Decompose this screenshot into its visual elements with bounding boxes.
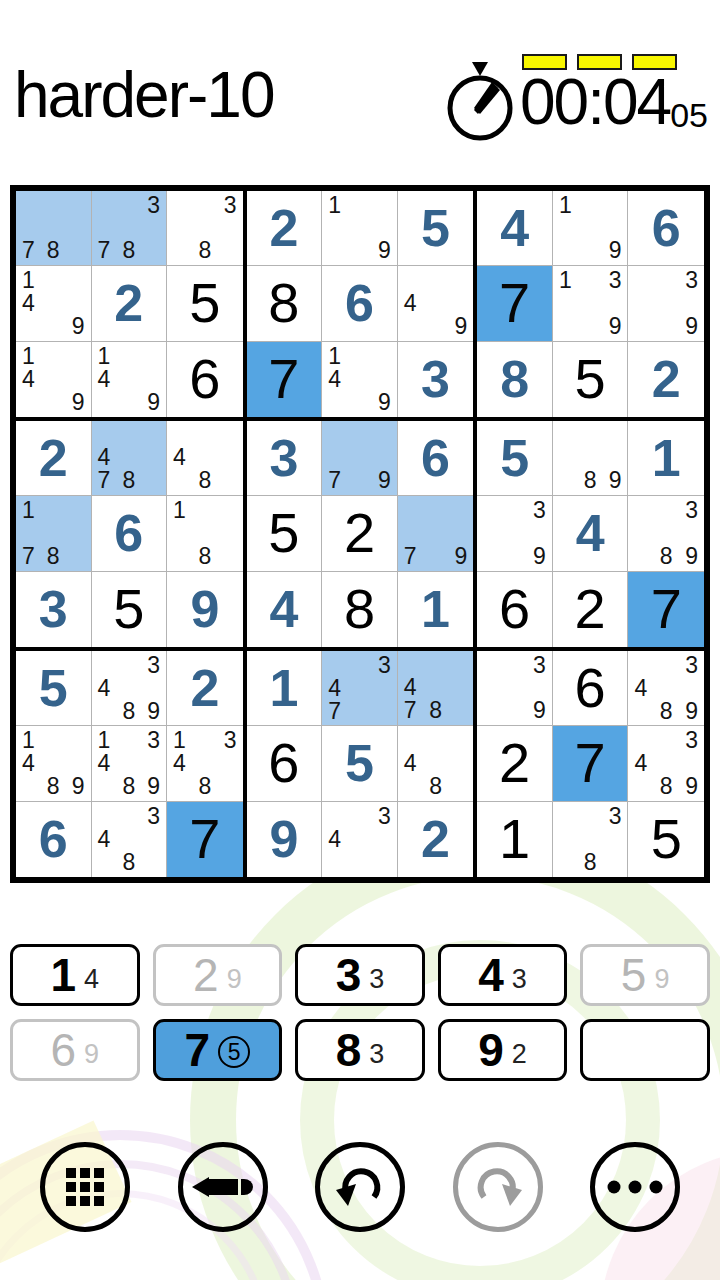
pencil-mark-4: 4 xyxy=(173,446,186,469)
pencil-mark-3: 3 xyxy=(685,499,698,522)
given-digit: 5 xyxy=(113,581,144,637)
pencil-mark-8: 8 xyxy=(660,700,673,723)
pencil-marks: 3489 xyxy=(628,651,704,725)
ellipsis-icon xyxy=(607,1180,663,1194)
pencil-mark-3: 3 xyxy=(533,499,546,522)
pencil-mark-3: 3 xyxy=(609,269,622,292)
cell-r2c7[interactable]: 7 xyxy=(477,266,553,341)
entered-digit: 2 xyxy=(652,353,681,405)
pencil-mark-9: 9 xyxy=(455,315,468,338)
pencil-marks: 38 xyxy=(553,802,628,877)
cell-r5c1[interactable]: 178 xyxy=(16,496,92,571)
pencil-marks: 19 xyxy=(553,191,628,265)
cell-r5c6[interactable]: 79 xyxy=(398,496,474,571)
entered-digit: 2 xyxy=(269,202,298,254)
entered-digit: 2 xyxy=(421,813,450,865)
entered-digit: 5 xyxy=(421,202,450,254)
cell-r2c1[interactable]: 149 xyxy=(16,266,92,341)
cell-r7c7[interactable]: 39 xyxy=(477,651,553,726)
pencil-mark-9: 9 xyxy=(609,239,622,262)
pencil-mark-8: 8 xyxy=(429,775,442,798)
pencil-marks: 178 xyxy=(16,496,91,570)
pencil-marks: 1489 xyxy=(16,726,91,800)
pencil-marks: 347 xyxy=(322,651,397,725)
selected-digit: 7 xyxy=(268,351,299,407)
pencil-marks: 34 xyxy=(322,802,397,877)
cell-r2c3[interactable]: 5 xyxy=(167,266,243,341)
given-digit: 6 xyxy=(575,660,606,716)
cell-r9c4[interactable]: 9 xyxy=(247,802,323,877)
pencil-mark-8: 8 xyxy=(122,469,135,492)
pencil-marks: 389 xyxy=(628,496,704,570)
pencil-mode-button[interactable] xyxy=(178,1142,268,1232)
undo-button[interactable] xyxy=(315,1142,405,1232)
cell-r7c5[interactable]: 347 xyxy=(322,651,398,726)
pencil-mark-8: 8 xyxy=(47,239,60,262)
pencil-mark-8: 8 xyxy=(122,239,135,262)
pencil-marks: 149 xyxy=(322,342,397,417)
numpad-1[interactable]: 14 xyxy=(10,944,140,1006)
keypad-button[interactable] xyxy=(40,1142,130,1232)
cell-r3c3[interactable]: 6 xyxy=(167,342,243,417)
pencil-marks: 149 xyxy=(16,266,91,340)
entered-digit: 2 xyxy=(114,277,143,329)
cell-r7c9[interactable]: 3489 xyxy=(628,651,704,726)
pencil-marks: 3489 xyxy=(628,726,704,800)
cell-r8c4[interactable]: 6 xyxy=(247,726,323,801)
cell-r3c8[interactable]: 5 xyxy=(553,342,629,417)
pencil-mark-8: 8 xyxy=(429,699,442,722)
pencil-mark-1: 1 xyxy=(98,345,111,368)
pencil-marks: 149 xyxy=(92,342,167,417)
box-3: 4196713939852 xyxy=(475,189,706,419)
pencil-mark-8: 8 xyxy=(47,775,60,798)
cell-r4c9[interactable]: 1 xyxy=(628,421,704,496)
pencil-marks: 3489 xyxy=(92,651,167,725)
selected-digit: 7 xyxy=(575,735,606,791)
pencil-marks: 39 xyxy=(628,266,704,340)
pencil-mark-1: 1 xyxy=(173,729,186,752)
cell-r2c4[interactable]: 8 xyxy=(247,266,323,341)
given-digit: 1 xyxy=(499,811,530,867)
cell-r3c6[interactable]: 3 xyxy=(398,342,474,417)
pencil-mark-4: 4 xyxy=(634,752,647,775)
pencil-mark-4: 4 xyxy=(404,292,417,315)
numpad-digit: 9 xyxy=(478,1027,504,1073)
given-digit: 8 xyxy=(268,275,299,331)
pencil-mark-3: 3 xyxy=(224,194,237,217)
cell-r4c8[interactable]: 89 xyxy=(553,421,629,496)
pencil-icon xyxy=(192,1174,254,1200)
cell-r4c2[interactable]: 478 xyxy=(92,421,168,496)
pencil-mark-3: 3 xyxy=(147,654,160,677)
cell-r9c3[interactable]: 7 xyxy=(167,802,243,877)
numpad-count: 3 xyxy=(512,966,527,993)
given-digit: 5 xyxy=(189,275,220,331)
cell-r4c3[interactable]: 48 xyxy=(167,421,243,496)
pencil-mark-1: 1 xyxy=(22,345,35,368)
pencil-marks: 78 xyxy=(16,191,91,265)
box-7: 534892148913489134863487 xyxy=(14,649,245,879)
pencil-mark-4: 4 xyxy=(22,368,35,391)
given-digit: 2 xyxy=(499,735,530,791)
cell-r1c5[interactable]: 19 xyxy=(322,191,398,266)
box-8: 134747865489342 xyxy=(245,649,476,879)
box-5: 37965279481 xyxy=(245,419,476,649)
pencil-marks: 79 xyxy=(398,496,474,570)
cell-r6c4[interactable]: 4 xyxy=(247,572,323,647)
entered-digit: 4 xyxy=(576,507,605,559)
entered-digit: 1 xyxy=(421,583,450,635)
cell-r3c1[interactable]: 149 xyxy=(16,342,92,417)
entered-digit: 5 xyxy=(500,432,529,484)
cell-r9c5[interactable]: 34 xyxy=(322,802,398,877)
pencil-mark-7: 7 xyxy=(22,239,35,262)
numpad-digit: 2 xyxy=(193,952,219,998)
pencil-mark-4: 4 xyxy=(22,752,35,775)
numpad-count: 9 xyxy=(227,966,242,993)
pencil-mark-3: 3 xyxy=(685,269,698,292)
pencil-marks: 48 xyxy=(398,726,474,800)
pencil-mark-8: 8 xyxy=(47,545,60,568)
cell-r4c6[interactable]: 6 xyxy=(398,421,474,496)
pencil-marks: 39 xyxy=(477,496,552,570)
numpad-digit: 1 xyxy=(50,952,76,998)
pencil-mark-8: 8 xyxy=(584,469,597,492)
cell-r5c9[interactable]: 389 xyxy=(628,496,704,571)
numpad-count: 4 xyxy=(84,966,99,993)
pencil-mark-1: 1 xyxy=(22,499,35,522)
cell-r5c8[interactable]: 4 xyxy=(553,496,629,571)
pencil-mark-4: 4 xyxy=(328,677,341,700)
pencil-marks: 378 xyxy=(92,191,167,265)
pencil-mark-3: 3 xyxy=(147,194,160,217)
pencil-mark-1: 1 xyxy=(328,194,341,217)
entered-digit: 8 xyxy=(500,353,529,405)
cell-r6c9[interactable]: 7 xyxy=(628,572,704,647)
cell-r7c6[interactable]: 478 xyxy=(398,651,474,726)
entered-digit: 9 xyxy=(269,813,298,865)
cell-r4c1[interactable]: 2 xyxy=(16,421,92,496)
pencil-marks: 49 xyxy=(398,266,474,340)
box-4: 247848178618359 xyxy=(14,419,245,649)
entered-digit: 6 xyxy=(114,507,143,559)
pencil-mark-7: 7 xyxy=(328,700,341,723)
bottom-toolbar xyxy=(0,1142,720,1232)
cell-r9c9[interactable]: 5 xyxy=(628,802,704,877)
pencil-mark-4: 4 xyxy=(634,677,647,700)
numpad-count-circled: 5 xyxy=(218,1036,250,1068)
cell-r1c1[interactable]: 78 xyxy=(16,191,92,266)
entered-digit: 1 xyxy=(269,662,298,714)
undo-icon xyxy=(335,1162,385,1212)
cell-r1c3[interactable]: 38 xyxy=(167,191,243,266)
given-digit: 6 xyxy=(189,351,220,407)
cell-r2c6[interactable]: 49 xyxy=(398,266,474,341)
pencil-mark-4: 4 xyxy=(404,676,417,699)
entered-digit: 3 xyxy=(421,353,450,405)
entered-digit: 6 xyxy=(345,277,374,329)
cell-r9c6[interactable]: 2 xyxy=(398,802,474,877)
cell-r8c3[interactable]: 1348 xyxy=(167,726,243,801)
numpad-3[interactable]: 33 xyxy=(295,944,425,1006)
cell-r5c2[interactable]: 6 xyxy=(92,496,168,571)
cell-r9c8[interactable]: 38 xyxy=(553,802,629,877)
pencil-marks: 39 xyxy=(477,651,552,725)
pencil-mark-8: 8 xyxy=(198,775,211,798)
numpad-7[interactable]: 75 xyxy=(153,1019,283,1081)
numpad-digit: 8 xyxy=(336,1027,362,1073)
cell-r1c8[interactable]: 19 xyxy=(553,191,629,266)
keypad-grid-icon xyxy=(65,1167,105,1207)
cell-r3c7[interactable]: 8 xyxy=(477,342,553,417)
pencil-mark-9: 9 xyxy=(72,315,85,338)
entered-digit: 2 xyxy=(39,432,68,484)
cell-r4c7[interactable]: 5 xyxy=(477,421,553,496)
pencil-mark-7: 7 xyxy=(22,545,35,568)
pencil-mark-9: 9 xyxy=(685,545,698,568)
pencil-marks: 19 xyxy=(322,191,397,265)
pencil-mark-1: 1 xyxy=(173,499,186,522)
pencil-mark-3: 3 xyxy=(147,729,160,752)
cell-r7c2[interactable]: 3489 xyxy=(92,651,168,726)
pencil-mark-9: 9 xyxy=(533,699,546,722)
pencil-mark-9: 9 xyxy=(455,545,468,568)
pencil-marks: 18 xyxy=(167,496,243,570)
cell-r3c2[interactable]: 149 xyxy=(92,342,168,417)
pencil-mark-3: 3 xyxy=(378,654,391,677)
pencil-marks: 149 xyxy=(16,342,91,417)
pencil-mark-4: 4 xyxy=(173,752,186,775)
pencil-mark-1: 1 xyxy=(98,729,111,752)
cell-r8c1[interactable]: 1489 xyxy=(16,726,92,801)
given-digit: 5 xyxy=(268,505,299,561)
cell-r8c5[interactable]: 5 xyxy=(322,726,398,801)
cell-r8c7[interactable]: 2 xyxy=(477,726,553,801)
numpad-count: 9 xyxy=(84,1041,99,1068)
cell-r6c2[interactable]: 5 xyxy=(92,572,168,647)
selected-digit: 7 xyxy=(651,581,682,637)
cell-r2c8[interactable]: 139 xyxy=(553,266,629,341)
given-digit: 2 xyxy=(344,505,375,561)
numpad-count: 3 xyxy=(369,966,384,993)
redo-icon xyxy=(473,1162,523,1212)
entered-digit: 9 xyxy=(190,583,219,635)
cell-r8c9[interactable]: 3489 xyxy=(628,726,704,801)
cell-r6c8[interactable]: 2 xyxy=(553,572,629,647)
cell-r8c2[interactable]: 13489 xyxy=(92,726,168,801)
cell-r6c3[interactable]: 9 xyxy=(167,572,243,647)
cell-r6c5[interactable]: 8 xyxy=(322,572,398,647)
pencil-marks: 38 xyxy=(167,191,243,265)
pencil-mark-7: 7 xyxy=(328,469,341,492)
given-digit: 5 xyxy=(651,811,682,867)
entered-digit: 4 xyxy=(269,583,298,635)
numpad-clear[interactable] xyxy=(580,1019,710,1081)
pencil-mark-9: 9 xyxy=(147,700,160,723)
cell-r9c2[interactable]: 348 xyxy=(92,802,168,877)
cell-r9c7[interactable]: 1 xyxy=(477,802,553,877)
timer-value: 00:04 xyxy=(520,70,670,134)
cell-r8c8[interactable]: 7 xyxy=(553,726,629,801)
pencil-marks: 1348 xyxy=(167,726,243,800)
pencil-mark-3: 3 xyxy=(533,654,546,677)
pencil-marks: 48 xyxy=(167,421,243,495)
pencil-mark-9: 9 xyxy=(147,775,160,798)
entered-digit: 2 xyxy=(190,662,219,714)
pencil-mark-7: 7 xyxy=(98,239,111,262)
cell-r4c4[interactable]: 3 xyxy=(247,421,323,496)
pencil-mark-9: 9 xyxy=(378,469,391,492)
numpad-5[interactable]: 59 xyxy=(580,944,710,1006)
entered-digit: 6 xyxy=(421,432,450,484)
cell-r3c4[interactable]: 7 xyxy=(247,342,323,417)
numpad-digit: 7 xyxy=(185,1027,211,1073)
pencil-mark-9: 9 xyxy=(378,239,391,262)
pencil-mark-4: 4 xyxy=(328,368,341,391)
cell-r7c3[interactable]: 2 xyxy=(167,651,243,726)
entered-digit: 3 xyxy=(39,583,68,635)
pencil-mark-8: 8 xyxy=(660,775,673,798)
cell-r1c4[interactable]: 2 xyxy=(247,191,323,266)
pencil-mark-4: 4 xyxy=(404,752,417,775)
cell-r5c3[interactable]: 18 xyxy=(167,496,243,571)
pencil-mark-7: 7 xyxy=(404,699,417,722)
cell-r4c5[interactable]: 79 xyxy=(322,421,398,496)
given-digit: 5 xyxy=(575,351,606,407)
pencil-mark-1: 1 xyxy=(559,194,572,217)
entered-digit: 6 xyxy=(39,813,68,865)
numpad-digit: 6 xyxy=(50,1027,76,1073)
cell-r1c6[interactable]: 5 xyxy=(398,191,474,266)
entered-digit: 6 xyxy=(652,202,681,254)
cell-r1c2[interactable]: 378 xyxy=(92,191,168,266)
cell-r5c4[interactable]: 5 xyxy=(247,496,323,571)
pencil-marks: 139 xyxy=(553,266,628,340)
cell-r2c9[interactable]: 39 xyxy=(628,266,704,341)
selected-digit: 7 xyxy=(189,811,220,867)
cell-r7c4[interactable]: 1 xyxy=(247,651,323,726)
page-title: harder-10 xyxy=(14,58,274,132)
cell-r7c1[interactable]: 5 xyxy=(16,651,92,726)
numpad-4[interactable]: 43 xyxy=(438,944,568,1006)
cell-r2c5[interactable]: 6 xyxy=(322,266,398,341)
pencil-mark-1: 1 xyxy=(22,729,35,752)
pencil-marks: 79 xyxy=(322,421,397,495)
pencil-mark-8: 8 xyxy=(198,545,211,568)
box-9: 39634892734891385 xyxy=(475,649,706,879)
cell-r2c2[interactable]: 2 xyxy=(92,266,168,341)
numpad-count: 3 xyxy=(369,1041,384,1068)
pencil-mark-3: 3 xyxy=(224,729,237,752)
pencil-mark-1: 1 xyxy=(559,269,572,292)
pencil-mark-9: 9 xyxy=(533,545,546,568)
box-1: 7837838149251491496 xyxy=(14,189,245,419)
cell-r1c9[interactable]: 6 xyxy=(628,191,704,266)
cell-r6c6[interactable]: 1 xyxy=(398,572,474,647)
pencil-marks: 348 xyxy=(92,802,167,877)
pencil-mark-4: 4 xyxy=(98,752,111,775)
pencil-mark-4: 4 xyxy=(328,828,341,851)
pencil-mark-9: 9 xyxy=(685,700,698,723)
pencil-mark-9: 9 xyxy=(609,469,622,492)
pencil-mark-3: 3 xyxy=(609,805,622,828)
number-pad: 142933435969758392 xyxy=(10,944,710,1094)
pencil-mark-9: 9 xyxy=(685,315,698,338)
numpad-2[interactable]: 29 xyxy=(153,944,283,1006)
numpad-digit: 3 xyxy=(336,952,362,998)
pencil-mark-8: 8 xyxy=(660,545,673,568)
pencil-mark-3: 3 xyxy=(685,729,698,752)
pencil-mark-3: 3 xyxy=(685,654,698,677)
pencil-marks: 478 xyxy=(398,651,474,725)
selected-digit: 7 xyxy=(499,275,530,331)
pencil-mark-4: 4 xyxy=(22,292,35,315)
cell-r1c7[interactable]: 4 xyxy=(477,191,553,266)
cell-r3c5[interactable]: 149 xyxy=(322,342,398,417)
given-digit: 6 xyxy=(268,735,299,791)
cell-r5c7[interactable]: 39 xyxy=(477,496,553,571)
given-digit: 6 xyxy=(499,581,530,637)
pencil-mark-1: 1 xyxy=(22,269,35,292)
cell-r7c8[interactable]: 6 xyxy=(553,651,629,726)
pencil-marks: 89 xyxy=(553,421,628,495)
sudoku-board[interactable]: 7837838149251491496219586497149341967139… xyxy=(10,185,710,883)
numpad-9[interactable]: 92 xyxy=(438,1019,568,1081)
numpad-digit: 4 xyxy=(478,952,504,998)
pencil-mark-7: 7 xyxy=(404,545,417,568)
pencil-mark-9: 9 xyxy=(378,391,391,414)
redo-button[interactable] xyxy=(453,1142,543,1232)
more-button[interactable] xyxy=(590,1142,680,1232)
entered-digit: 1 xyxy=(652,432,681,484)
timer-fraction: 05 xyxy=(670,98,708,132)
pencil-mark-9: 9 xyxy=(147,391,160,414)
pencil-mark-8: 8 xyxy=(122,700,135,723)
pencil-mark-4: 4 xyxy=(98,368,111,391)
pencil-mark-9: 9 xyxy=(72,775,85,798)
pencil-mark-9: 9 xyxy=(685,775,698,798)
pencil-mark-8: 8 xyxy=(122,775,135,798)
pencil-mark-4: 4 xyxy=(98,677,111,700)
numpad-count: 2 xyxy=(512,1041,527,1068)
numpad-8[interactable]: 83 xyxy=(295,1019,425,1081)
pencil-mark-4: 4 xyxy=(98,446,111,469)
cell-r6c7[interactable]: 6 xyxy=(477,572,553,647)
box-2: 2195864971493 xyxy=(245,189,476,419)
pencil-mark-9: 9 xyxy=(72,391,85,414)
cell-r6c1[interactable]: 3 xyxy=(16,572,92,647)
numpad-6[interactable]: 69 xyxy=(10,1019,140,1081)
box-6: 5891394389627 xyxy=(475,419,706,649)
pencil-mark-3: 3 xyxy=(378,805,391,828)
pencil-mark-1: 1 xyxy=(328,345,341,368)
entered-digit: 4 xyxy=(500,202,529,254)
cell-r5c5[interactable]: 2 xyxy=(322,496,398,571)
pencil-mark-8: 8 xyxy=(198,469,211,492)
cell-r3c9[interactable]: 2 xyxy=(628,342,704,417)
pencil-mark-9: 9 xyxy=(609,315,622,338)
pencil-mark-7: 7 xyxy=(98,469,111,492)
cell-r9c1[interactable]: 6 xyxy=(16,802,92,877)
stopwatch-icon xyxy=(444,60,516,144)
cell-r8c6[interactable]: 48 xyxy=(398,726,474,801)
pencil-marks: 478 xyxy=(92,421,167,495)
pencil-marks: 13489 xyxy=(92,726,167,800)
entered-digit: 5 xyxy=(39,662,68,714)
numpad-count: 9 xyxy=(654,966,669,993)
pencil-mark-4: 4 xyxy=(98,828,111,851)
